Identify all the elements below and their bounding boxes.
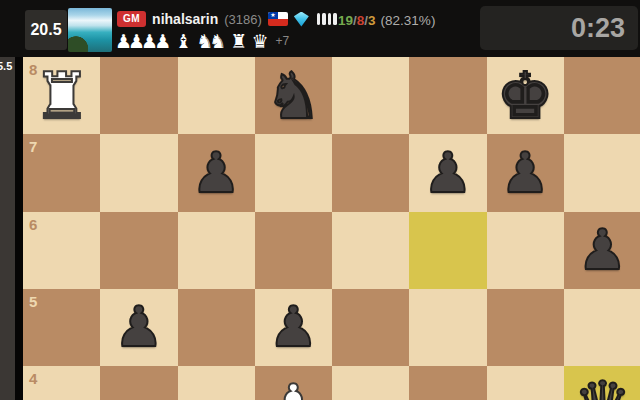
rank-label-7: 7	[29, 138, 37, 155]
flag-star: ★	[268, 12, 278, 19]
square-h7[interactable]	[564, 134, 640, 211]
rank-label-6: 6	[29, 216, 37, 233]
square-f8[interactable]	[409, 57, 486, 134]
rank-label-4: 4	[29, 370, 37, 387]
captured-knight-icon: ♞	[209, 32, 226, 51]
signal-bars-icon	[317, 13, 337, 25]
square-d7[interactable]	[255, 134, 332, 211]
square-b6[interactable]	[100, 212, 177, 289]
left-side-strip: 5.5	[0, 57, 15, 400]
square-f5[interactable]	[409, 289, 486, 366]
player-rating: (3186)	[224, 12, 262, 27]
game-screen: 20.5 GM nihalsarin (3186) ★ ♟ ♟ ♟ ♟ ♝ ♞ …	[0, 0, 640, 400]
square-b4[interactable]	[100, 366, 177, 400]
match-record: 19/8/3(82.31%)	[338, 13, 435, 28]
player-avatar[interactable]	[68, 8, 112, 52]
square-a7[interactable]: 7	[23, 134, 100, 211]
chess-board[interactable]: 8♜♞♚7♟♟♟6♟5♟♟4♟♛	[23, 57, 640, 400]
square-e7[interactable]	[332, 134, 409, 211]
square-b8[interactable]	[100, 57, 177, 134]
rank-label-5: 5	[29, 293, 37, 310]
diamond-membership-icon	[294, 12, 309, 27]
captured-queen-icon: ♛	[251, 32, 268, 51]
wins-count: 19	[338, 13, 353, 28]
rank-label-8: 8	[29, 61, 37, 78]
square-g7[interactable]: ♟	[487, 134, 564, 211]
black-pawn-piece: ♟	[564, 212, 640, 289]
square-e6[interactable]	[332, 212, 409, 289]
player-bar: 20.5 GM nihalsarin (3186) ★ ♟ ♟ ♟ ♟ ♝ ♞ …	[0, 0, 640, 57]
square-e4[interactable]	[332, 366, 409, 400]
side-score: 5.5	[0, 60, 12, 72]
draws-count: 3	[368, 13, 376, 28]
gm-title-badge: GM	[117, 11, 146, 27]
black-queen-piece: ♛	[564, 366, 640, 400]
square-c6[interactable]	[178, 212, 255, 289]
black-pawn-piece: ♟	[178, 134, 255, 211]
square-c4[interactable]	[178, 366, 255, 400]
material-advantage: +7	[275, 34, 289, 48]
square-b5[interactable]: ♟	[100, 289, 177, 366]
white-pawn-piece: ♟	[255, 366, 332, 400]
player-name[interactable]: nihalsarin	[152, 11, 218, 27]
square-b7[interactable]	[100, 134, 177, 211]
square-a4[interactable]: 4	[23, 366, 100, 400]
square-h5[interactable]	[564, 289, 640, 366]
square-g4[interactable]	[487, 366, 564, 400]
square-h6[interactable]: ♟	[564, 212, 640, 289]
black-pawn-piece: ♟	[409, 134, 486, 211]
square-g6[interactable]	[487, 212, 564, 289]
square-f7[interactable]: ♟	[409, 134, 486, 211]
black-pawn-piece: ♟	[255, 289, 332, 366]
square-g8[interactable]: ♚	[487, 57, 564, 134]
score-percentage: (82.31%)	[381, 13, 436, 28]
black-pawn-piece: ♟	[487, 134, 564, 211]
square-c5[interactable]	[178, 289, 255, 366]
square-d8[interactable]: ♞	[255, 57, 332, 134]
square-c8[interactable]	[178, 57, 255, 134]
captured-rook-icon: ♜	[230, 32, 247, 51]
player-info-row: GM nihalsarin (3186) ★	[117, 9, 337, 29]
black-king-piece: ♚	[487, 57, 564, 134]
match-score-badge: 20.5	[25, 10, 67, 50]
captured-pawn-icon: ♟	[154, 32, 171, 51]
player-clock: 0:23	[480, 6, 638, 50]
square-h4[interactable]: ♛	[564, 366, 640, 400]
square-f4[interactable]	[409, 366, 486, 400]
square-a8[interactable]: 8♜	[23, 57, 100, 134]
captured-bishop-icon: ♝	[175, 32, 192, 51]
square-d4[interactable]: ♟	[255, 366, 332, 400]
square-a5[interactable]: 5	[23, 289, 100, 366]
board-left-gap	[15, 57, 23, 400]
black-pawn-piece: ♟	[100, 289, 177, 366]
captured-pieces-row: ♟ ♟ ♟ ♟ ♝ ♞ ♞ ♜ ♛ +7	[115, 29, 289, 53]
square-e8[interactable]	[332, 57, 409, 134]
square-c7[interactable]: ♟	[178, 134, 255, 211]
square-d5[interactable]: ♟	[255, 289, 332, 366]
chile-flag-icon: ★	[268, 12, 288, 26]
square-g5[interactable]	[487, 289, 564, 366]
black-knight-piece: ♞	[255, 57, 332, 134]
square-d6[interactable]	[255, 212, 332, 289]
square-a6[interactable]: 6	[23, 212, 100, 289]
square-h8[interactable]	[564, 57, 640, 134]
square-e5[interactable]	[332, 289, 409, 366]
square-f6[interactable]	[409, 212, 486, 289]
